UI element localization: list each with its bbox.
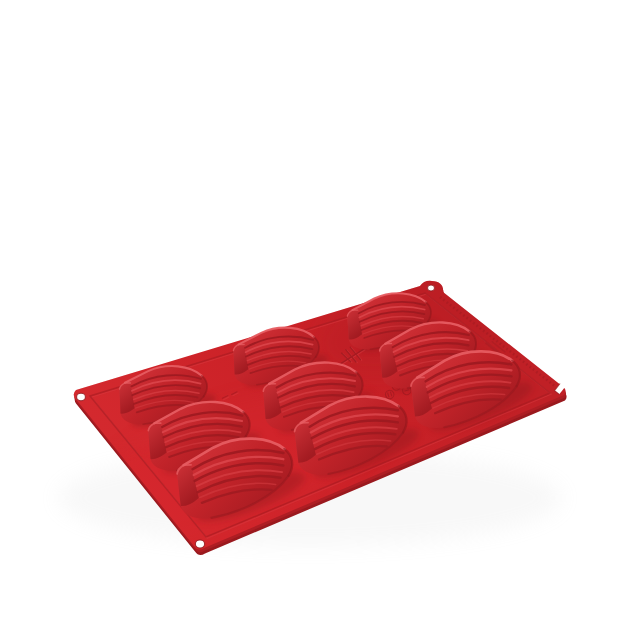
corner-hole-bottom (195, 540, 204, 548)
corner-hole-left (77, 393, 86, 400)
product-photo (0, 0, 640, 640)
corner-hole-top (428, 285, 435, 291)
